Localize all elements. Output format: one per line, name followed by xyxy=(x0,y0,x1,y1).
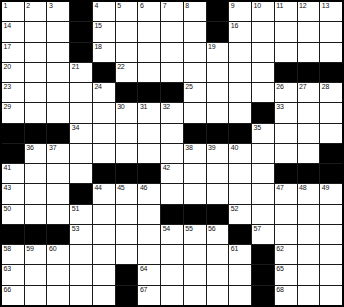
cell-r15c15[interactable] xyxy=(320,286,342,305)
cell-r8c2[interactable]: 36 xyxy=(25,144,47,163)
cell-r2c1[interactable]: 14 xyxy=(2,22,24,41)
cell-r6c14[interactable] xyxy=(298,103,320,122)
clue-number-4: 4 xyxy=(94,2,98,10)
cell-r7c13[interactable] xyxy=(275,124,297,143)
cell-r2c5[interactable]: 15 xyxy=(93,22,115,41)
cell-r3c1[interactable]: 17 xyxy=(2,43,24,62)
cell-r9c11[interactable] xyxy=(229,164,251,183)
cell-r3c13[interactable] xyxy=(275,43,297,62)
black-cell-r8c1 xyxy=(2,144,24,163)
cell-r8c4[interactable] xyxy=(70,144,92,163)
cell-r1c11[interactable]: 9 xyxy=(229,2,251,21)
cell-r12c9[interactable]: 55 xyxy=(184,225,206,244)
cell-r14c15[interactable] xyxy=(320,265,342,284)
cell-r15c14[interactable] xyxy=(298,286,320,305)
cell-r1c3[interactable]: 3 xyxy=(47,2,69,21)
clue-number-68: 68 xyxy=(276,286,283,294)
clue-number-9: 9 xyxy=(231,2,235,10)
cell-r10c13[interactable]: 47 xyxy=(275,184,297,203)
clue-number-21: 21 xyxy=(72,63,79,71)
cell-r6c1[interactable]: 29 xyxy=(2,103,24,122)
cell-r4c6[interactable]: 22 xyxy=(116,63,138,82)
cell-r6c6[interactable]: 30 xyxy=(116,103,138,122)
cell-r10c2[interactable] xyxy=(25,184,47,203)
cell-r1c14[interactable]: 12 xyxy=(298,2,320,21)
cell-r6c8[interactable]: 32 xyxy=(161,103,183,122)
cell-r10c9[interactable] xyxy=(184,184,206,203)
cell-r7c8[interactable] xyxy=(161,124,183,143)
cell-r7c15[interactable] xyxy=(320,124,342,143)
cell-r1c6[interactable]: 5 xyxy=(116,2,138,21)
cell-r5c9[interactable]: 25 xyxy=(184,83,206,102)
cell-r10c10[interactable] xyxy=(207,184,229,203)
cell-r3c9[interactable] xyxy=(184,43,206,62)
cell-r12c10[interactable]: 56 xyxy=(207,225,229,244)
black-cell-r4c5 xyxy=(93,63,115,82)
clue-number-41: 41 xyxy=(4,164,11,172)
cell-r14c14[interactable] xyxy=(298,265,320,284)
cell-r2c15[interactable] xyxy=(320,22,342,41)
cell-r13c2[interactable]: 59 xyxy=(25,245,47,264)
black-cell-r12c1 xyxy=(2,225,24,244)
black-cell-r5c7 xyxy=(138,83,160,102)
black-cell-r14c12 xyxy=(252,265,274,284)
cell-r15c11[interactable] xyxy=(229,286,251,305)
clue-number-26: 26 xyxy=(276,83,283,91)
clue-number-43: 43 xyxy=(4,184,11,192)
clue-number-47: 47 xyxy=(276,184,283,192)
clue-number-10: 10 xyxy=(254,2,261,10)
clue-number-62: 62 xyxy=(276,245,283,253)
cell-r10c5[interactable]: 44 xyxy=(93,184,115,203)
cell-r3c15[interactable] xyxy=(320,43,342,62)
cell-r10c15[interactable]: 49 xyxy=(320,184,342,203)
black-cell-r5c6 xyxy=(116,83,138,102)
black-cell-r2c10 xyxy=(207,22,229,41)
cell-r13c8[interactable] xyxy=(161,245,183,264)
black-cell-r11c8 xyxy=(161,205,183,224)
cell-r8c8[interactable] xyxy=(161,144,183,163)
cell-r6c15[interactable] xyxy=(320,103,342,122)
cell-r13c14[interactable] xyxy=(298,245,320,264)
cell-r14c13[interactable]: 65 xyxy=(275,265,297,284)
cell-r1c2[interactable]: 2 xyxy=(25,2,47,21)
cell-r6c13[interactable]: 33 xyxy=(275,103,297,122)
cell-r9c2[interactable] xyxy=(25,164,47,183)
cell-r10c6[interactable]: 45 xyxy=(116,184,138,203)
cell-r13c6[interactable] xyxy=(116,245,138,264)
cell-r3c12[interactable] xyxy=(252,43,274,62)
cell-r6c9[interactable] xyxy=(184,103,206,122)
black-cell-r9c13 xyxy=(275,164,297,183)
clue-number-50: 50 xyxy=(4,205,11,213)
cell-r14c4[interactable] xyxy=(70,265,92,284)
cell-r6c3[interactable] xyxy=(47,103,69,122)
clue-number-38: 38 xyxy=(185,144,192,152)
clue-number-7: 7 xyxy=(163,2,167,10)
clue-number-34: 34 xyxy=(72,124,79,132)
clue-number-20: 20 xyxy=(4,63,11,71)
black-cell-r12c3 xyxy=(47,225,69,244)
cell-r10c8[interactable] xyxy=(161,184,183,203)
cell-r14c2[interactable] xyxy=(25,265,47,284)
cell-r10c3[interactable] xyxy=(47,184,69,203)
cell-r11c14[interactable] xyxy=(298,205,320,224)
cell-r3c3[interactable] xyxy=(47,43,69,62)
cell-r15c5[interactable] xyxy=(93,286,115,305)
cell-r4c8[interactable] xyxy=(161,63,183,82)
clue-number-55: 55 xyxy=(185,225,192,233)
clue-number-40: 40 xyxy=(231,144,238,152)
clue-number-27: 27 xyxy=(299,83,306,91)
clue-number-31: 31 xyxy=(140,103,147,111)
cell-r14c3[interactable] xyxy=(47,265,69,284)
clue-number-16: 16 xyxy=(231,22,238,30)
cell-r2c8[interactable] xyxy=(161,22,183,41)
clue-number-2: 2 xyxy=(26,2,30,10)
clue-number-59: 59 xyxy=(26,245,33,253)
clue-number-58: 58 xyxy=(4,245,11,253)
clue-number-24: 24 xyxy=(94,83,101,91)
cell-r1c7[interactable]: 6 xyxy=(138,2,160,21)
black-cell-r9c6 xyxy=(116,164,138,183)
cell-r9c12[interactable] xyxy=(252,164,274,183)
cell-r9c4[interactable] xyxy=(70,164,92,183)
cell-r15c7[interactable]: 67 xyxy=(138,286,160,305)
clue-number-52: 52 xyxy=(231,205,238,213)
clue-number-22: 22 xyxy=(117,63,124,71)
clue-number-17: 17 xyxy=(4,43,11,51)
cell-r11c13[interactable] xyxy=(275,205,297,224)
clue-number-67: 67 xyxy=(140,286,147,294)
cell-r4c11[interactable] xyxy=(229,63,251,82)
clue-number-18: 18 xyxy=(94,43,101,51)
black-cell-r10c4 xyxy=(70,184,92,203)
cell-r12c13[interactable] xyxy=(275,225,297,244)
black-cell-r14c6 xyxy=(116,265,138,284)
clue-number-39: 39 xyxy=(208,144,215,152)
cell-r4c3[interactable] xyxy=(47,63,69,82)
clue-number-32: 32 xyxy=(163,103,170,111)
cell-r9c3[interactable] xyxy=(47,164,69,183)
cell-r13c4[interactable] xyxy=(70,245,92,264)
black-cell-r7c1 xyxy=(2,124,24,143)
cell-r4c7[interactable] xyxy=(138,63,160,82)
cell-r3c8[interactable] xyxy=(161,43,183,62)
black-cell-r3c4 xyxy=(70,43,92,62)
clue-number-54: 54 xyxy=(163,225,170,233)
cell-r11c6[interactable] xyxy=(116,205,138,224)
black-cell-r15c12 xyxy=(252,286,274,305)
cell-r13c15[interactable] xyxy=(320,245,342,264)
clue-number-45: 45 xyxy=(117,184,124,192)
cell-r5c10[interactable] xyxy=(207,83,229,102)
clue-number-23: 23 xyxy=(4,83,11,91)
cell-r4c2[interactable] xyxy=(25,63,47,82)
cell-r10c14[interactable]: 48 xyxy=(298,184,320,203)
cell-r5c3[interactable] xyxy=(47,83,69,102)
clue-number-60: 60 xyxy=(49,245,56,253)
cell-r13c5[interactable] xyxy=(93,245,115,264)
cell-r1c5[interactable]: 4 xyxy=(93,2,115,21)
cell-r8c5[interactable] xyxy=(93,144,115,163)
cell-r5c14[interactable]: 27 xyxy=(298,83,320,102)
clue-number-56: 56 xyxy=(208,225,215,233)
cell-r1c8[interactable]: 7 xyxy=(161,2,183,21)
cell-r7c14[interactable] xyxy=(298,124,320,143)
cell-r13c7[interactable] xyxy=(138,245,160,264)
cell-r12c6[interactable] xyxy=(116,225,138,244)
cell-r8c13[interactable] xyxy=(275,144,297,163)
clue-number-42: 42 xyxy=(163,164,170,172)
cell-r8c11[interactable]: 40 xyxy=(229,144,251,163)
cell-r6c2[interactable] xyxy=(25,103,47,122)
cell-r2c9[interactable] xyxy=(184,22,206,41)
black-cell-r8c15 xyxy=(320,144,342,163)
clue-number-61: 61 xyxy=(231,245,238,253)
black-cell-r2c4 xyxy=(70,22,92,41)
clue-number-37: 37 xyxy=(49,144,56,152)
black-cell-r4c14 xyxy=(298,63,320,82)
cell-r10c7[interactable]: 46 xyxy=(138,184,160,203)
black-cell-r7c11 xyxy=(229,124,251,143)
cell-r2c6[interactable] xyxy=(116,22,138,41)
cell-r6c5[interactable] xyxy=(93,103,115,122)
clue-number-1: 1 xyxy=(4,2,8,10)
clue-number-6: 6 xyxy=(140,2,144,10)
clue-number-49: 49 xyxy=(322,184,329,192)
black-cell-r1c4 xyxy=(70,2,92,21)
cell-r14c11[interactable] xyxy=(229,265,251,284)
cell-r9c1[interactable]: 41 xyxy=(2,164,24,183)
cell-r10c11[interactable] xyxy=(229,184,251,203)
black-cell-r1c10 xyxy=(207,2,229,21)
cell-r12c12[interactable]: 57 xyxy=(252,225,274,244)
cell-r8c10[interactable]: 39 xyxy=(207,144,229,163)
cell-r14c10[interactable] xyxy=(207,265,229,284)
cell-r10c1[interactable]: 43 xyxy=(2,184,24,203)
clue-number-44: 44 xyxy=(94,184,101,192)
cell-r12c8[interactable]: 54 xyxy=(161,225,183,244)
black-cell-r7c3 xyxy=(47,124,69,143)
cell-r7c7[interactable] xyxy=(138,124,160,143)
black-cell-r4c13 xyxy=(275,63,297,82)
cell-r15c1[interactable]: 66 xyxy=(2,286,24,305)
cell-r1c13[interactable]: 11 xyxy=(275,2,297,21)
cell-r4c10[interactable] xyxy=(207,63,229,82)
black-cell-r9c15 xyxy=(320,164,342,183)
black-cell-r9c5 xyxy=(93,164,115,183)
clue-number-53: 53 xyxy=(72,225,79,233)
cell-r4c9[interactable] xyxy=(184,63,206,82)
cell-r5c2[interactable] xyxy=(25,83,47,102)
cell-r1c12[interactable]: 10 xyxy=(252,2,274,21)
cell-r8c9[interactable]: 38 xyxy=(184,144,206,163)
cell-r11c1[interactable]: 50 xyxy=(2,205,24,224)
cell-r3c6[interactable] xyxy=(116,43,138,62)
cell-r15c4[interactable] xyxy=(70,286,92,305)
cell-r3c14[interactable] xyxy=(298,43,320,62)
cell-r3c10[interactable]: 19 xyxy=(207,43,229,62)
cell-r13c10[interactable] xyxy=(207,245,229,264)
black-cell-r6c12 xyxy=(252,103,274,122)
cell-r1c9[interactable]: 8 xyxy=(184,2,206,21)
cell-r11c3[interactable] xyxy=(47,205,69,224)
black-cell-r9c14 xyxy=(298,164,320,183)
clue-number-64: 64 xyxy=(140,265,147,273)
cell-r2c12[interactable] xyxy=(252,22,274,41)
cell-r14c5[interactable] xyxy=(93,265,115,284)
cell-r13c11[interactable]: 61 xyxy=(229,245,251,264)
cell-r15c8[interactable] xyxy=(161,286,183,305)
cell-r11c5[interactable] xyxy=(93,205,115,224)
cell-r5c1[interactable]: 23 xyxy=(2,83,24,102)
clue-number-14: 14 xyxy=(4,22,11,30)
clue-number-28: 28 xyxy=(322,83,329,91)
cell-r11c11[interactable]: 52 xyxy=(229,205,251,224)
cell-r5c4[interactable] xyxy=(70,83,92,102)
cell-r14c9[interactable] xyxy=(184,265,206,284)
cell-r7c5[interactable] xyxy=(93,124,115,143)
clue-number-30: 30 xyxy=(117,103,124,111)
cell-r8c14[interactable] xyxy=(298,144,320,163)
clue-number-63: 63 xyxy=(4,265,11,273)
cell-r12c7[interactable] xyxy=(138,225,160,244)
cell-r14c1[interactable]: 63 xyxy=(2,265,24,284)
cell-r11c12[interactable] xyxy=(252,205,274,224)
cell-r5c12[interactable] xyxy=(252,83,274,102)
cell-r6c11[interactable] xyxy=(229,103,251,122)
cell-r9c8[interactable]: 42 xyxy=(161,164,183,183)
cell-r5c13[interactable]: 26 xyxy=(275,83,297,102)
cell-r10c12[interactable] xyxy=(252,184,274,203)
clue-number-36: 36 xyxy=(26,144,33,152)
clue-number-3: 3 xyxy=(49,2,53,10)
clue-number-19: 19 xyxy=(208,43,215,51)
cell-r7c6[interactable] xyxy=(116,124,138,143)
cell-r8c3[interactable]: 37 xyxy=(47,144,69,163)
clue-number-11: 11 xyxy=(276,2,283,10)
cell-r2c13[interactable] xyxy=(275,22,297,41)
cell-r3c11[interactable] xyxy=(229,43,251,62)
black-cell-r15c6 xyxy=(116,286,138,305)
clue-number-25: 25 xyxy=(185,83,192,91)
cell-r11c15[interactable] xyxy=(320,205,342,224)
clue-number-66: 66 xyxy=(4,286,11,294)
cell-r7c4[interactable]: 34 xyxy=(70,124,92,143)
cell-r11c4[interactable]: 51 xyxy=(70,205,92,224)
cell-r4c1[interactable]: 20 xyxy=(2,63,24,82)
cell-r14c7[interactable]: 64 xyxy=(138,265,160,284)
cell-r5c15[interactable]: 28 xyxy=(320,83,342,102)
black-cell-r7c10 xyxy=(207,124,229,143)
black-cell-r11c9 xyxy=(184,205,206,224)
cell-r13c3[interactable]: 60 xyxy=(47,245,69,264)
cell-r15c10[interactable] xyxy=(207,286,229,305)
cell-r12c4[interactable]: 53 xyxy=(70,225,92,244)
black-cell-r7c9 xyxy=(184,124,206,143)
clue-number-65: 65 xyxy=(276,265,283,273)
cell-r2c11[interactable]: 16 xyxy=(229,22,251,41)
clue-number-57: 57 xyxy=(254,225,261,233)
cell-r8c7[interactable] xyxy=(138,144,160,163)
clue-number-48: 48 xyxy=(299,184,306,192)
cell-r5c11[interactable] xyxy=(229,83,251,102)
cell-r8c12[interactable] xyxy=(252,144,274,163)
clue-number-33: 33 xyxy=(276,103,283,111)
cell-r15c13[interactable]: 68 xyxy=(275,286,297,305)
black-cell-r12c11 xyxy=(229,225,251,244)
cell-r2c14[interactable] xyxy=(298,22,320,41)
clue-number-46: 46 xyxy=(140,184,147,192)
cell-r3c7[interactable] xyxy=(138,43,160,62)
cell-r7c12[interactable]: 35 xyxy=(252,124,274,143)
cell-r1c15[interactable]: 13 xyxy=(320,2,342,21)
black-cell-r12c2 xyxy=(25,225,47,244)
cell-r6c7[interactable]: 31 xyxy=(138,103,160,122)
black-cell-r7c2 xyxy=(25,124,47,143)
cell-r13c13[interactable]: 62 xyxy=(275,245,297,264)
cell-r3c5[interactable]: 18 xyxy=(93,43,115,62)
cell-r6c4[interactable] xyxy=(70,103,92,122)
black-cell-r9c7 xyxy=(138,164,160,183)
cell-r12c15[interactable] xyxy=(320,225,342,244)
cell-r4c12[interactable] xyxy=(252,63,274,82)
cell-r11c2[interactable] xyxy=(25,205,47,224)
cell-r2c2[interactable] xyxy=(25,22,47,41)
black-cell-r4c15 xyxy=(320,63,342,82)
clue-number-8: 8 xyxy=(185,2,189,10)
black-cell-r13c12 xyxy=(252,245,274,264)
cell-r13c1[interactable]: 58 xyxy=(2,245,24,264)
clue-number-51: 51 xyxy=(72,205,79,213)
crossword-grid: 1234567891011121314151617181920212223242… xyxy=(0,0,344,307)
cell-r8c6[interactable] xyxy=(116,144,138,163)
cell-r9c9[interactable] xyxy=(184,164,206,183)
cell-r13c9[interactable] xyxy=(184,245,206,264)
cell-r15c2[interactable] xyxy=(25,286,47,305)
clue-number-12: 12 xyxy=(299,2,306,10)
clue-number-35: 35 xyxy=(254,124,261,132)
black-cell-r5c8 xyxy=(161,83,183,102)
cell-r12c14[interactable] xyxy=(298,225,320,244)
cell-r11c7[interactable] xyxy=(138,205,160,224)
cell-r5c5[interactable]: 24 xyxy=(93,83,115,102)
black-cell-r11c10 xyxy=(207,205,229,224)
clue-number-29: 29 xyxy=(4,103,11,111)
clue-number-15: 15 xyxy=(94,22,101,30)
cell-r14c8[interactable] xyxy=(161,265,183,284)
cell-r9c10[interactable] xyxy=(207,164,229,183)
clue-number-13: 13 xyxy=(322,2,329,10)
cell-r6c10[interactable] xyxy=(207,103,229,122)
cell-r2c7[interactable] xyxy=(138,22,160,41)
cell-r4c4[interactable]: 21 xyxy=(70,63,92,82)
cell-r3c2[interactable] xyxy=(25,43,47,62)
cell-r15c9[interactable] xyxy=(184,286,206,305)
clue-number-5: 5 xyxy=(117,2,121,10)
cell-r1c1[interactable]: 1 xyxy=(2,2,24,21)
cell-r12c5[interactable] xyxy=(93,225,115,244)
cell-r2c3[interactable] xyxy=(47,22,69,41)
cell-r15c3[interactable] xyxy=(47,286,69,305)
